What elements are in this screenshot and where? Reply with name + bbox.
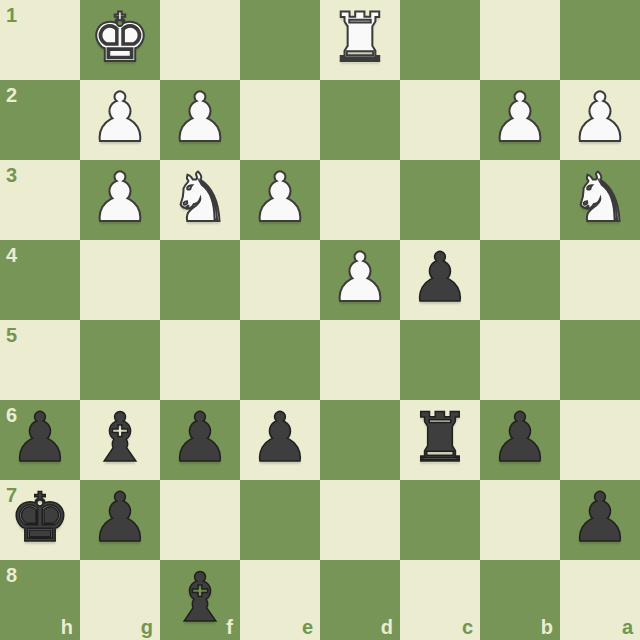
square-a7[interactable]: ♟ — [560, 480, 640, 560]
piece-white-king[interactable]: ♚ — [90, 0, 151, 78]
square-f7[interactable] — [160, 480, 240, 560]
file-label-g: g — [141, 617, 153, 637]
square-b8[interactable]: b — [480, 560, 560, 640]
piece-white-pawn[interactable]: ♟ — [490, 78, 551, 158]
piece-black-king[interactable]: ♚ — [10, 478, 71, 558]
rank-label-2: 2 — [6, 85, 17, 105]
rank-label-8: 8 — [6, 565, 17, 585]
rank-label-3: 3 — [6, 165, 17, 185]
file-label-b: b — [541, 617, 553, 637]
piece-black-pawn[interactable]: ♟ — [570, 478, 631, 558]
square-e4[interactable] — [240, 240, 320, 320]
square-d8[interactable]: d — [320, 560, 400, 640]
piece-white-pawn[interactable]: ♟ — [90, 78, 151, 158]
piece-white-rook[interactable]: ♜ — [330, 0, 391, 78]
square-f6[interactable]: ♟ — [160, 400, 240, 480]
square-e6[interactable]: ♟ — [240, 400, 320, 480]
square-g7[interactable]: ♟ — [80, 480, 160, 560]
piece-white-pawn[interactable]: ♟ — [330, 238, 391, 318]
square-a4[interactable] — [560, 240, 640, 320]
square-d6[interactable] — [320, 400, 400, 480]
square-b1[interactable] — [480, 0, 560, 80]
file-label-c: c — [462, 617, 473, 637]
square-e5[interactable] — [240, 320, 320, 400]
square-b6[interactable]: ♟ — [480, 400, 560, 480]
square-a8[interactable]: a — [560, 560, 640, 640]
square-a6[interactable] — [560, 400, 640, 480]
square-e8[interactable]: e — [240, 560, 320, 640]
chess-board: 1♚♜2♟♟♟♟3♟♞♟♞4♟♟56♟♝♟♟♜♟7♚♟♟8hgf♝edcba — [0, 0, 640, 640]
file-label-h: h — [61, 617, 73, 637]
piece-white-pawn[interactable]: ♟ — [90, 158, 151, 238]
square-d5[interactable] — [320, 320, 400, 400]
square-d7[interactable] — [320, 480, 400, 560]
square-f2[interactable]: ♟ — [160, 80, 240, 160]
square-a3[interactable]: ♞ — [560, 160, 640, 240]
square-f1[interactable] — [160, 0, 240, 80]
piece-black-pawn[interactable]: ♟ — [490, 398, 551, 478]
square-c8[interactable]: c — [400, 560, 480, 640]
square-b7[interactable] — [480, 480, 560, 560]
piece-white-knight[interactable]: ♞ — [570, 158, 631, 238]
square-h2[interactable]: 2 — [0, 80, 80, 160]
file-label-a: a — [622, 617, 633, 637]
square-d2[interactable] — [320, 80, 400, 160]
piece-black-pawn[interactable]: ♟ — [90, 478, 151, 558]
square-h6[interactable]: 6♟ — [0, 400, 80, 480]
piece-black-pawn[interactable]: ♟ — [10, 398, 71, 478]
square-f8[interactable]: f♝ — [160, 560, 240, 640]
piece-black-bishop[interactable]: ♝ — [90, 398, 151, 478]
piece-black-pawn[interactable]: ♟ — [250, 398, 311, 478]
file-label-e: e — [302, 617, 313, 637]
piece-white-knight[interactable]: ♞ — [170, 158, 231, 238]
square-c6[interactable]: ♜ — [400, 400, 480, 480]
square-c7[interactable] — [400, 480, 480, 560]
file-label-d: d — [381, 617, 393, 637]
square-c3[interactable] — [400, 160, 480, 240]
square-h3[interactable]: 3 — [0, 160, 80, 240]
square-h4[interactable]: 4 — [0, 240, 80, 320]
square-d3[interactable] — [320, 160, 400, 240]
square-h1[interactable]: 1 — [0, 0, 80, 80]
square-b2[interactable]: ♟ — [480, 80, 560, 160]
square-g1[interactable]: ♚ — [80, 0, 160, 80]
square-g5[interactable] — [80, 320, 160, 400]
square-c4[interactable]: ♟ — [400, 240, 480, 320]
square-c5[interactable] — [400, 320, 480, 400]
piece-black-bishop[interactable]: ♝ — [170, 558, 231, 638]
square-b4[interactable] — [480, 240, 560, 320]
square-g4[interactable] — [80, 240, 160, 320]
square-d4[interactable]: ♟ — [320, 240, 400, 320]
square-e2[interactable] — [240, 80, 320, 160]
square-e7[interactable] — [240, 480, 320, 560]
square-g6[interactable]: ♝ — [80, 400, 160, 480]
square-f4[interactable] — [160, 240, 240, 320]
square-c2[interactable] — [400, 80, 480, 160]
piece-white-pawn[interactable]: ♟ — [570, 78, 631, 158]
piece-black-rook[interactable]: ♜ — [410, 398, 471, 478]
piece-white-pawn[interactable]: ♟ — [250, 158, 311, 238]
square-e3[interactable]: ♟ — [240, 160, 320, 240]
piece-black-pawn[interactable]: ♟ — [410, 238, 471, 318]
square-b3[interactable] — [480, 160, 560, 240]
square-h7[interactable]: 7♚ — [0, 480, 80, 560]
square-e1[interactable] — [240, 0, 320, 80]
rank-label-1: 1 — [6, 5, 17, 25]
square-b5[interactable] — [480, 320, 560, 400]
square-f3[interactable]: ♞ — [160, 160, 240, 240]
square-h8[interactable]: 8h — [0, 560, 80, 640]
square-f5[interactable] — [160, 320, 240, 400]
square-g2[interactable]: ♟ — [80, 80, 160, 160]
square-c1[interactable] — [400, 0, 480, 80]
square-a5[interactable] — [560, 320, 640, 400]
square-g8[interactable]: g — [80, 560, 160, 640]
piece-white-pawn[interactable]: ♟ — [170, 78, 231, 158]
square-h5[interactable]: 5 — [0, 320, 80, 400]
rank-label-4: 4 — [6, 245, 17, 265]
square-d1[interactable]: ♜ — [320, 0, 400, 80]
rank-label-5: 5 — [6, 325, 17, 345]
piece-black-pawn[interactable]: ♟ — [170, 398, 231, 478]
square-a1[interactable] — [560, 0, 640, 80]
square-a2[interactable]: ♟ — [560, 80, 640, 160]
square-g3[interactable]: ♟ — [80, 160, 160, 240]
